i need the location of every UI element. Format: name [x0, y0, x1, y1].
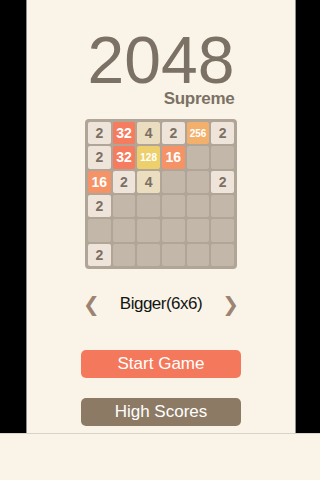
tile-2: 2 [113, 171, 136, 193]
empty-cell [211, 244, 234, 266]
empty-cell [162, 171, 185, 193]
empty-cell [88, 219, 111, 241]
tile-2: 2 [211, 171, 234, 193]
tile-2: 2 [88, 122, 111, 144]
empty-cell [211, 219, 234, 241]
empty-cell [137, 195, 160, 217]
empty-cell [211, 195, 234, 217]
bottom-banner-area [0, 433, 320, 480]
tile-2: 2 [162, 122, 185, 144]
empty-cell [113, 195, 136, 217]
tile-128: 128 [137, 146, 160, 168]
empty-cell [162, 244, 185, 266]
letterbox-left [0, 0, 26, 433]
tile-2: 2 [88, 195, 111, 217]
tile-2: 2 [88, 146, 111, 168]
empty-cell [187, 146, 210, 168]
tile-32: 32 [113, 146, 136, 168]
empty-cell [137, 244, 160, 266]
board-preview: 232422562232128161624222 [85, 119, 237, 269]
tile-2: 2 [88, 244, 111, 266]
empty-cell [113, 219, 136, 241]
tile-16: 16 [88, 171, 111, 193]
app-title: 2048 [88, 28, 235, 92]
start-game-button[interactable]: Start Game [81, 350, 241, 378]
mode-selector: ❮ Bigger(6x6) ❯ [83, 293, 239, 315]
tile-16: 16 [162, 146, 185, 168]
empty-cell [137, 219, 160, 241]
mode-label: Bigger(6x6) [120, 293, 202, 315]
empty-cell [187, 195, 210, 217]
empty-cell [113, 244, 136, 266]
chevron-right-icon: ❯ [222, 292, 239, 316]
title-block: 2048 Supreme [88, 28, 235, 106]
empty-cell [187, 171, 210, 193]
empty-cell [187, 244, 210, 266]
empty-cell [187, 219, 210, 241]
tile-4: 4 [137, 171, 160, 193]
app-screen: 2048 Supreme 232422562232128161624222 ❮ … [26, 0, 296, 433]
next-mode-button[interactable]: ❯ [222, 293, 239, 315]
tile-256: 256 [187, 122, 210, 144]
chevron-left-icon: ❮ [83, 292, 100, 316]
letterbox-right [296, 0, 320, 433]
tile-4: 4 [137, 122, 160, 144]
empty-cell [162, 195, 185, 217]
empty-cell [211, 146, 234, 168]
prev-mode-button[interactable]: ❮ [83, 293, 100, 315]
high-scores-button[interactable]: High Scores [81, 398, 241, 426]
tile-32: 32 [113, 122, 136, 144]
tile-2: 2 [211, 122, 234, 144]
empty-cell [162, 219, 185, 241]
